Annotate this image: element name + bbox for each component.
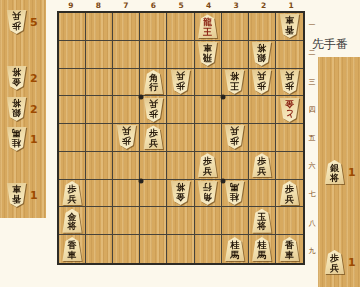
- board-cell-6五[interactable]: 歩 兵: [140, 124, 167, 152]
- rank-label-6: 六: [306, 152, 318, 180]
- board-grid: 龍 王香 車飛 車銀 将角 行歩 兵王 将歩 兵歩 兵歩 兵と 金歩 兵歩 兵歩…: [59, 13, 303, 263]
- board-cell-1五[interactable]: [276, 124, 303, 152]
- shogi-piece-pawn-sente[interactable]: 歩 兵: [197, 153, 218, 177]
- piece-tile: 歩 兵: [62, 181, 83, 205]
- rank-label-8: 八: [306, 209, 318, 237]
- board-cell-6九[interactable]: [140, 235, 167, 263]
- board-cell-7六[interactable]: [113, 152, 140, 180]
- sente-hand-tray: 銀 将1歩 兵1: [318, 57, 360, 287]
- board-cell-2二[interactable]: 銀 将: [249, 41, 276, 69]
- board-cell-6四[interactable]: 歩 兵: [140, 96, 167, 124]
- board-cell-7九[interactable]: [113, 235, 140, 263]
- gote-hand-tray: 歩 兵5金 将2銀 将2桂 馬1香 車1: [0, 0, 46, 218]
- board-cell-7四[interactable]: [113, 96, 140, 124]
- hand-piece-count: 5: [30, 16, 38, 29]
- shogi-piece-gold-gote[interactable]: 金 将: [6, 66, 27, 90]
- board-cell-7三[interactable]: [113, 69, 140, 97]
- file-label-5: 5: [167, 0, 195, 11]
- hand-item-pawn: 歩 兵5: [6, 10, 38, 34]
- piece-tile: 歩 兵: [197, 153, 218, 177]
- star-point: [138, 94, 143, 99]
- shogi-piece-pawn-gote[interactable]: 歩 兵: [116, 125, 137, 149]
- piece-kanji: 歩 兵: [12, 11, 21, 30]
- board-cell-2四[interactable]: [249, 96, 276, 124]
- board-cell-2七[interactable]: [249, 180, 276, 208]
- hand-piece-count: 1: [30, 133, 38, 146]
- piece-kanji: 桂 馬: [257, 241, 266, 260]
- piece-kanji: 王 将: [230, 71, 239, 90]
- hand-item-gold: 金 将2: [6, 66, 38, 90]
- board-cell-1一[interactable]: 香 車: [276, 13, 303, 41]
- rank-label-7: 七: [306, 180, 318, 208]
- piece-tile: 銀 将: [251, 42, 272, 66]
- board-cell-4五[interactable]: [195, 124, 222, 152]
- piece-tile: 角 行: [197, 181, 218, 205]
- board-cell-2八[interactable]: 玉 将: [249, 207, 276, 235]
- piece-kanji: 歩 兵: [285, 71, 294, 90]
- board-cell-6七[interactable]: [140, 180, 167, 208]
- board-cell-4三[interactable]: [195, 69, 222, 97]
- board-cell-8二[interactable]: [86, 41, 113, 69]
- piece-kanji: 歩 兵: [330, 254, 339, 273]
- board-cell-1四[interactable]: と 金: [276, 96, 303, 124]
- piece-kanji: 桂 馬: [12, 128, 21, 147]
- shogi-piece-pawn-gote[interactable]: 歩 兵: [143, 98, 164, 122]
- board-cell-6一[interactable]: [140, 13, 167, 41]
- file-label-2: 2: [250, 0, 278, 11]
- piece-tile: 歩 兵: [224, 125, 245, 149]
- shogi-piece-pawn-gote[interactable]: 歩 兵: [279, 70, 300, 94]
- piece-tile: 歩 兵: [279, 70, 300, 94]
- piece-kanji: 香 車: [285, 15, 294, 34]
- piece-kanji: と 金: [285, 99, 294, 118]
- piece-tile: 玉 将: [251, 209, 272, 233]
- hand-piece-count: 1: [348, 256, 356, 269]
- piece-kanji: 歩 兵: [149, 129, 158, 148]
- board-cell-5三[interactable]: 歩 兵: [167, 69, 194, 97]
- board-cell-5六[interactable]: [167, 152, 194, 180]
- board-cell-7一[interactable]: [113, 13, 140, 41]
- shogi-piece-knight-gote[interactable]: 桂 馬: [6, 127, 27, 151]
- shogi-piece-pawn-gote[interactable]: 歩 兵: [251, 70, 272, 94]
- board-cell-3八[interactable]: [222, 207, 249, 235]
- board-cell-7七[interactable]: [113, 180, 140, 208]
- piece-kanji: 歩 兵: [176, 71, 185, 90]
- board-cell-1九[interactable]: 香 車: [276, 235, 303, 263]
- piece-kanji: 飛 車: [203, 43, 212, 62]
- piece-kanji: 歩 兵: [149, 99, 158, 118]
- piece-kanji: 歩 兵: [257, 157, 266, 176]
- piece-kanji: 歩 兵: [122, 126, 131, 145]
- hand-piece-count: 1: [30, 189, 38, 202]
- hand-item-silver: 銀 将2: [6, 97, 38, 121]
- board-cell-8九[interactable]: [86, 235, 113, 263]
- shogi-piece-gold-gote[interactable]: 金 将: [170, 181, 191, 205]
- piece-kanji: 銀 将: [12, 98, 21, 117]
- turn-indicator: 先手番: [312, 36, 360, 53]
- board-cell-2五[interactable]: [249, 124, 276, 152]
- piece-kanji: 歩 兵: [257, 71, 266, 90]
- piece-tile: と 金: [279, 98, 300, 122]
- board-cell-8四[interactable]: [86, 96, 113, 124]
- hand-item-pawn: 歩 兵1: [324, 250, 356, 274]
- piece-tile: 香 車: [62, 237, 83, 261]
- board-cell-9七[interactable]: 歩 兵: [59, 180, 86, 208]
- shogi-piece-lance-gote[interactable]: 香 車: [6, 183, 27, 207]
- board-cell-9八[interactable]: 金 将: [59, 207, 86, 235]
- board-cell-1三[interactable]: 歩 兵: [276, 69, 303, 97]
- board-cell-3一[interactable]: [222, 13, 249, 41]
- board-cell-9四[interactable]: [59, 96, 86, 124]
- board-cell-8五[interactable]: [86, 124, 113, 152]
- hand-piece-count: 2: [30, 72, 38, 85]
- board-cell-4一[interactable]: 龍 王: [195, 13, 222, 41]
- piece-tile: 王 将: [224, 70, 245, 94]
- piece-tile: 歩 兵: [251, 70, 272, 94]
- hand-item-knight: 桂 馬1: [6, 127, 38, 151]
- piece-tile: 角 行: [143, 70, 164, 94]
- shogi-piece-lance-gote[interactable]: 香 車: [279, 14, 300, 38]
- piece-kanji: 香 車: [12, 184, 21, 203]
- board-cell-4七[interactable]: 角 行: [195, 180, 222, 208]
- file-label-1: 1: [277, 0, 305, 11]
- shogi-diagram: 歩 兵5金 将2銀 将2桂 馬1香 車1 987654321 龍 王香 車飛 車…: [0, 0, 360, 287]
- piece-kanji: 桂 馬: [230, 241, 239, 260]
- star-point: [221, 179, 226, 184]
- shogi-piece-pawn-sente[interactable]: 歩 兵: [62, 181, 83, 205]
- piece-kanji: 歩 兵: [230, 126, 239, 145]
- board-cell-5五[interactable]: [167, 124, 194, 152]
- shogi-piece-pawn-sente[interactable]: 歩 兵: [251, 153, 272, 177]
- piece-tile: 歩 兵: [143, 98, 164, 122]
- shogi-piece-knight-gote[interactable]: 桂 馬: [224, 181, 245, 205]
- shogi-piece-pawn-sente[interactable]: 歩 兵: [279, 181, 300, 205]
- shogi-piece-knight-sente[interactable]: 桂 馬: [251, 237, 272, 261]
- piece-tile: 桂 馬: [251, 237, 272, 261]
- board-cell-3九[interactable]: 桂 馬: [222, 235, 249, 263]
- board-cell-8六[interactable]: [86, 152, 113, 180]
- board-cell-6八[interactable]: [140, 207, 167, 235]
- file-label-9: 9: [57, 0, 85, 11]
- board-cell-8七[interactable]: [86, 180, 113, 208]
- shogi-piece-king-sente[interactable]: 玉 将: [251, 209, 272, 233]
- board-cell-3四[interactable]: [222, 96, 249, 124]
- shogi-piece-lance-sente[interactable]: 香 車: [279, 237, 300, 261]
- hand-piece-count: 2: [30, 103, 38, 116]
- board-cell-6六[interactable]: [140, 152, 167, 180]
- board-cell-3二[interactable]: [222, 41, 249, 69]
- file-label-8: 8: [85, 0, 113, 11]
- board-cell-7二[interactable]: [113, 41, 140, 69]
- hand-piece-count: 1: [348, 166, 356, 179]
- piece-kanji: 龍 王: [203, 18, 212, 37]
- piece-tile: 金 将: [6, 66, 27, 90]
- board-cell-8八[interactable]: [86, 207, 113, 235]
- piece-kanji: 角 行: [203, 182, 212, 201]
- piece-kanji: 歩 兵: [203, 157, 212, 176]
- board-cell-6二[interactable]: [140, 41, 167, 69]
- shogi-piece-pawn-gote[interactable]: 歩 兵: [170, 70, 191, 94]
- piece-kanji: 角 行: [149, 74, 158, 93]
- board-cell-2三[interactable]: 歩 兵: [249, 69, 276, 97]
- file-label-4: 4: [195, 0, 223, 11]
- piece-tile: 香 車: [6, 183, 27, 207]
- file-labels: 987654321: [57, 0, 305, 11]
- board-cell-3六[interactable]: [222, 152, 249, 180]
- shogi-piece-tokin-gote[interactable]: と 金: [279, 98, 300, 122]
- shogi-board: 龍 王香 車飛 車銀 将角 行歩 兵王 将歩 兵歩 兵歩 兵と 金歩 兵歩 兵歩…: [57, 11, 305, 265]
- shogi-piece-rook-gote[interactable]: 飛 車: [197, 42, 218, 66]
- rank-label-9: 九: [306, 237, 318, 265]
- board-cell-2六[interactable]: 歩 兵: [249, 152, 276, 180]
- piece-kanji: 桂 馬: [230, 182, 239, 201]
- piece-kanji: 玉 将: [257, 213, 266, 232]
- piece-tile: 歩 兵: [279, 181, 300, 205]
- star-point: [221, 94, 226, 99]
- board-cell-5一[interactable]: [167, 13, 194, 41]
- rank-label-1: 一: [306, 11, 318, 39]
- board-cell-1二[interactable]: [276, 41, 303, 69]
- shogi-piece-pawn-gote[interactable]: 歩 兵: [224, 125, 245, 149]
- shogi-piece-silver-gote[interactable]: 銀 将: [251, 42, 272, 66]
- shogi-piece-knight-sente[interactable]: 桂 馬: [224, 237, 245, 261]
- board-cell-9六[interactable]: [59, 152, 86, 180]
- board-cell-1七[interactable]: 歩 兵: [276, 180, 303, 208]
- board-cell-4二[interactable]: 飛 車: [195, 41, 222, 69]
- piece-tile: 銀 将: [6, 97, 27, 121]
- board-cell-9一[interactable]: [59, 13, 86, 41]
- board-cell-5二[interactable]: [167, 41, 194, 69]
- board-cell-5七[interactable]: 金 将: [167, 180, 194, 208]
- piece-tile: 桂 馬: [224, 181, 245, 205]
- board-cell-8一[interactable]: [86, 13, 113, 41]
- shogi-piece-dragon-sente[interactable]: 龍 王: [197, 14, 218, 38]
- board-cell-9二[interactable]: [59, 41, 86, 69]
- piece-tile: 歩 兵: [324, 250, 345, 274]
- board-cell-5八[interactable]: [167, 207, 194, 235]
- board-cell-3五[interactable]: 歩 兵: [222, 124, 249, 152]
- file-label-3: 3: [222, 0, 250, 11]
- board-cell-9九[interactable]: 香 車: [59, 235, 86, 263]
- piece-tile: 桂 馬: [224, 237, 245, 261]
- board-cell-4八[interactable]: [195, 207, 222, 235]
- piece-tile: 歩 兵: [170, 70, 191, 94]
- shogi-piece-pawn-sente[interactable]: 歩 兵: [324, 250, 345, 274]
- piece-tile: 金 将: [62, 209, 83, 233]
- piece-tile: 香 車: [279, 237, 300, 261]
- board-cell-8三[interactable]: [86, 69, 113, 97]
- piece-tile: 歩 兵: [6, 10, 27, 34]
- piece-tile: 香 車: [279, 14, 300, 38]
- board-cell-2一[interactable]: [249, 13, 276, 41]
- shogi-piece-gold-sente[interactable]: 金 将: [62, 209, 83, 233]
- shogi-piece-pawn-gote[interactable]: 歩 兵: [6, 10, 27, 34]
- rank-label-4: 四: [306, 96, 318, 124]
- board-cell-6三[interactable]: 角 行: [140, 69, 167, 97]
- piece-kanji: 歩 兵: [68, 185, 77, 204]
- shogi-piece-silver-gote[interactable]: 銀 将: [6, 97, 27, 121]
- piece-kanji: 銀 将: [330, 164, 339, 183]
- piece-tile: 歩 兵: [143, 125, 164, 149]
- piece-kanji: 香 車: [68, 241, 77, 260]
- piece-kanji: 金 将: [68, 213, 77, 232]
- board-cell-4六[interactable]: 歩 兵: [195, 152, 222, 180]
- piece-kanji: 銀 将: [257, 43, 266, 62]
- shogi-piece-silver-sente[interactable]: 銀 将: [324, 160, 345, 184]
- rank-label-5: 五: [306, 124, 318, 152]
- board-cell-3三[interactable]: 王 将: [222, 69, 249, 97]
- rank-label-3: 三: [306, 67, 318, 95]
- board-cell-1八[interactable]: [276, 207, 303, 235]
- board-cell-2九[interactable]: 桂 馬: [249, 235, 276, 263]
- piece-tile: 金 将: [170, 181, 191, 205]
- board-cell-9三[interactable]: [59, 69, 86, 97]
- shogi-piece-king-gote[interactable]: 王 将: [224, 70, 245, 94]
- board-cell-5九[interactable]: [167, 235, 194, 263]
- piece-kanji: 歩 兵: [285, 185, 294, 204]
- piece-tile: 桂 馬: [6, 127, 27, 151]
- board-cell-4九[interactable]: [195, 235, 222, 263]
- shogi-piece-pawn-sente[interactable]: 歩 兵: [143, 125, 164, 149]
- piece-tile: 飛 車: [197, 42, 218, 66]
- board-cell-7八[interactable]: [113, 207, 140, 235]
- piece-tile: 歩 兵: [116, 125, 137, 149]
- board-cell-7五[interactable]: 歩 兵: [113, 124, 140, 152]
- board-cell-4四[interactable]: [195, 96, 222, 124]
- piece-kanji: 金 将: [12, 67, 21, 86]
- piece-tile: 銀 将: [324, 160, 345, 184]
- shogi-piece-bishop-gote[interactable]: 角 行: [197, 181, 218, 205]
- piece-tile: 龍 王: [197, 14, 218, 38]
- board-cell-3七[interactable]: 桂 馬: [222, 180, 249, 208]
- file-label-7: 7: [112, 0, 140, 11]
- piece-kanji: 香 車: [285, 241, 294, 260]
- board-cell-9五[interactable]: [59, 124, 86, 152]
- shogi-piece-bishop-sente[interactable]: 角 行: [143, 70, 164, 94]
- shogi-piece-lance-sente[interactable]: 香 車: [62, 237, 83, 261]
- hand-item-lance: 香 車1: [6, 183, 38, 207]
- star-point: [138, 179, 143, 184]
- piece-tile: 歩 兵: [251, 153, 272, 177]
- piece-kanji: 金 将: [176, 182, 185, 201]
- board-cell-1六[interactable]: [276, 152, 303, 180]
- file-label-6: 6: [140, 0, 168, 11]
- hand-item-silver: 銀 将1: [324, 160, 356, 184]
- board-cell-5四[interactable]: [167, 96, 194, 124]
